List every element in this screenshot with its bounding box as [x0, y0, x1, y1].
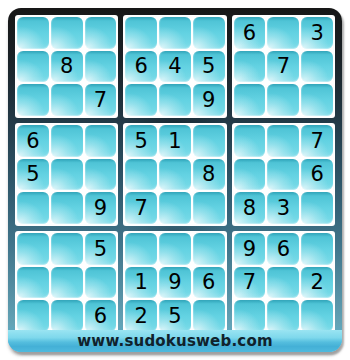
sudoku-cell-r3c6[interactable]: 9: [193, 84, 225, 116]
cell-digit: 5: [168, 305, 181, 327]
cell-digit: 3: [310, 22, 323, 44]
website-link[interactable]: www.sudokusweb.com: [77, 332, 272, 350]
sudoku-cell-r8c8[interactable]: [267, 267, 299, 299]
sudoku-cell-r5c5[interactable]: [159, 159, 191, 191]
cell-digit: 7: [310, 130, 323, 152]
sudoku-cell-r7c1[interactable]: [17, 233, 49, 265]
cell-digit: 9: [202, 89, 215, 111]
sudoku-cell-r2c7[interactable]: [234, 51, 266, 83]
sudoku-cell-r9c6[interactable]: [193, 300, 225, 332]
sudoku-cell-r8c7[interactable]: 7: [234, 267, 266, 299]
sudoku-cell-r7c9[interactable]: [301, 233, 333, 265]
cell-digit: 2: [310, 271, 323, 293]
sudoku-cell-r7c3[interactable]: 5: [85, 233, 117, 265]
sudoku-cell-r1c1[interactable]: [17, 17, 49, 49]
sudoku-cell-r3c1[interactable]: [17, 84, 49, 116]
sudoku-cell-r5c9[interactable]: 6: [301, 159, 333, 191]
sudoku-cell-r6c7[interactable]: 8: [234, 192, 266, 224]
sudoku-cell-r4c9[interactable]: 7: [301, 125, 333, 157]
sudoku-cell-r8c9[interactable]: 2: [301, 267, 333, 299]
cell-digit: 5: [94, 238, 107, 260]
sudoku-cell-r3c7[interactable]: [234, 84, 266, 116]
sudoku-cell-r2c4[interactable]: 6: [125, 51, 157, 83]
sudoku-cell-r7c8[interactable]: 6: [267, 233, 299, 265]
sudoku-cell-r9c7[interactable]: [234, 300, 266, 332]
sudoku-cell-r9c1[interactable]: [17, 300, 49, 332]
sudoku-cell-r5c8[interactable]: [267, 159, 299, 191]
sudoku-cell-r9c5[interactable]: 5: [159, 300, 191, 332]
cell-digit: 6: [94, 305, 107, 327]
footer-bar: www.sudokusweb.com: [8, 330, 342, 352]
sudoku-cell-r6c4[interactable]: 7: [125, 192, 157, 224]
sudoku-cell-r4c1[interactable]: 6: [17, 125, 49, 157]
sudoku-box: 7683: [232, 123, 335, 226]
sudoku-cell-r2c5[interactable]: 4: [159, 51, 191, 83]
sudoku-box: 6459: [123, 15, 226, 118]
sudoku-cell-r5c7[interactable]: [234, 159, 266, 191]
cell-digit: 8: [243, 197, 256, 219]
sudoku-cell-r5c1[interactable]: 5: [17, 159, 49, 191]
sudoku-cell-r8c1[interactable]: [17, 267, 49, 299]
sudoku-cell-r4c3[interactable]: [85, 125, 117, 157]
sudoku-cell-r9c8[interactable]: [267, 300, 299, 332]
sudoku-cell-r9c3[interactable]: 6: [85, 300, 117, 332]
sudoku-cell-r5c4[interactable]: [125, 159, 157, 191]
sudoku-cell-r1c6[interactable]: [193, 17, 225, 49]
sudoku-cell-r3c3[interactable]: 7: [85, 84, 117, 116]
sudoku-cell-r8c6[interactable]: 6: [193, 267, 225, 299]
cell-digit: 6: [310, 163, 323, 185]
sudoku-cell-r5c6[interactable]: 8: [193, 159, 225, 191]
sudoku-cell-r3c8[interactable]: [267, 84, 299, 116]
sudoku-box: 659: [15, 123, 118, 226]
sudoku-box: 637: [232, 15, 335, 118]
cell-digit: 5: [26, 163, 39, 185]
sudoku-box: 87: [15, 15, 118, 118]
sudoku-cell-r4c6[interactable]: [193, 125, 225, 157]
sudoku-cell-r2c9[interactable]: [301, 51, 333, 83]
cell-digit: 7: [135, 197, 148, 219]
sudoku-cell-r2c1[interactable]: [17, 51, 49, 83]
sudoku-box: 9672: [232, 231, 335, 334]
cell-digit: 5: [135, 130, 148, 152]
sudoku-cell-r5c2[interactable]: [51, 159, 83, 191]
sudoku-cell-r6c2[interactable]: [51, 192, 83, 224]
cell-digit: 9: [94, 197, 107, 219]
sudoku-cell-r6c8[interactable]: 3: [267, 192, 299, 224]
cell-digit: 9: [168, 271, 181, 293]
cell-digit: 8: [202, 163, 215, 185]
sudoku-cell-r1c7[interactable]: 6: [234, 17, 266, 49]
sudoku-cell-r6c6[interactable]: [193, 192, 225, 224]
cell-digit: 3: [277, 197, 290, 219]
sudoku-cell-r4c8[interactable]: [267, 125, 299, 157]
cell-digit: 9: [243, 238, 256, 260]
sudoku-cell-r9c9[interactable]: [301, 300, 333, 332]
cell-digit: 6: [243, 22, 256, 44]
sudoku-cell-r2c3[interactable]: [85, 51, 117, 83]
sudoku-cell-r1c3[interactable]: [85, 17, 117, 49]
cell-digit: 4: [168, 55, 181, 77]
sudoku-cell-r4c4[interactable]: 5: [125, 125, 157, 157]
sudoku-cell-r8c4[interactable]: 1: [125, 267, 157, 299]
sudoku-cell-r3c2[interactable]: [51, 84, 83, 116]
sudoku-cell-r7c6[interactable]: [193, 233, 225, 265]
cell-digit: 6: [135, 55, 148, 77]
board-frame: 87 6459 637 659 5187 7683 56 19625 9672 …: [8, 8, 342, 352]
sudoku-box: 19625: [123, 231, 226, 334]
sudoku-page: 87 6459 637 659 5187 7683 56 19625 9672 …: [0, 0, 350, 360]
cell-digit: 1: [168, 130, 181, 152]
sudoku-cell-r3c5[interactable]: [159, 84, 191, 116]
sudoku-cell-r6c9[interactable]: [301, 192, 333, 224]
cell-digit: 1: [135, 271, 148, 293]
cell-digit: 7: [94, 89, 107, 111]
sudoku-cell-r4c5[interactable]: 1: [159, 125, 191, 157]
sudoku-cell-r9c2[interactable]: [51, 300, 83, 332]
sudoku-cell-r5c3[interactable]: [85, 159, 117, 191]
sudoku-cell-r8c5[interactable]: 9: [159, 267, 191, 299]
sudoku-cell-r7c5[interactable]: [159, 233, 191, 265]
sudoku-cell-r1c5[interactable]: [159, 17, 191, 49]
sudoku-cell-r9c4[interactable]: 2: [125, 300, 157, 332]
sudoku-cell-r1c8[interactable]: [267, 17, 299, 49]
sudoku-cell-r2c8[interactable]: 7: [267, 51, 299, 83]
sudoku-cell-r6c1[interactable]: [17, 192, 49, 224]
cell-digit: 7: [277, 55, 290, 77]
sudoku-cell-r1c4[interactable]: [125, 17, 157, 49]
cell-digit: 6: [26, 130, 39, 152]
sudoku-box: 5187: [123, 123, 226, 226]
sudoku-cell-r2c6[interactable]: 5: [193, 51, 225, 83]
sudoku-cell-r6c5[interactable]: [159, 192, 191, 224]
sudoku-cell-r3c4[interactable]: [125, 84, 157, 116]
sudoku-cell-r2c2[interactable]: 8: [51, 51, 83, 83]
sudoku-cell-r4c2[interactable]: [51, 125, 83, 157]
sudoku-cell-r8c2[interactable]: [51, 267, 83, 299]
sudoku-board: 87 6459 637 659 5187 7683 56 19625 9672: [15, 15, 335, 334]
cell-digit: 6: [277, 238, 290, 260]
cell-digit: 5: [202, 55, 215, 77]
sudoku-cell-r7c7[interactable]: 9: [234, 233, 266, 265]
cell-digit: 2: [135, 305, 148, 327]
sudoku-cell-r1c2[interactable]: [51, 17, 83, 49]
cell-digit: 6: [202, 271, 215, 293]
sudoku-box: 56: [15, 231, 118, 334]
sudoku-cell-r7c2[interactable]: [51, 233, 83, 265]
sudoku-cell-r6c3[interactable]: 9: [85, 192, 117, 224]
sudoku-cell-r1c9[interactable]: 3: [301, 17, 333, 49]
cell-digit: 8: [60, 55, 73, 77]
cell-digit: 7: [243, 271, 256, 293]
sudoku-cell-r8c3[interactable]: [85, 267, 117, 299]
sudoku-cell-r4c7[interactable]: [234, 125, 266, 157]
sudoku-cell-r3c9[interactable]: [301, 84, 333, 116]
sudoku-cell-r7c4[interactable]: [125, 233, 157, 265]
